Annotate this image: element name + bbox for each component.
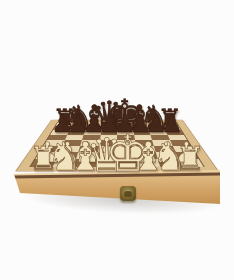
square-b2 <box>56 152 79 159</box>
board-grid <box>31 122 204 167</box>
chessboard <box>15 120 219 172</box>
square-e2 <box>117 152 137 159</box>
product-photo: ♜♞♝♛♚♝♞♜♟♟♟♟♟♟♟♟♟♟♟♟♟♟♟♟♜♞♝♛♚♝♞♜ <box>0 0 234 280</box>
square-d1 <box>95 159 117 167</box>
square-d2 <box>97 152 117 159</box>
square-h1 <box>178 159 203 167</box>
square-f1 <box>137 159 160 167</box>
box-latch <box>120 186 136 201</box>
square-f2 <box>136 152 157 159</box>
fold-seam <box>38 140 196 141</box>
square-c1 <box>74 159 97 167</box>
square-e1 <box>117 159 139 167</box>
square-b1 <box>52 159 76 167</box>
square-c2 <box>76 152 97 159</box>
board-perspective <box>0 0 234 280</box>
square-h2 <box>175 152 199 159</box>
box-latch-clasp <box>124 190 132 197</box>
